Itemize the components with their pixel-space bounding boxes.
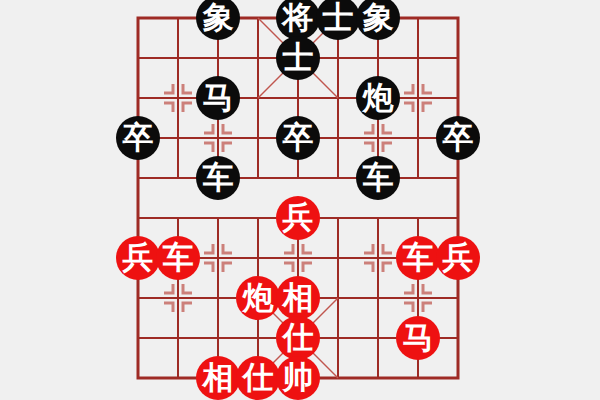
piece-black-soldier[interactable]: 卒 — [438, 118, 478, 158]
piece-glyph: 相 — [283, 282, 314, 313]
red-piece-disc: 马 — [396, 316, 440, 360]
black-piece-disc: 士 — [276, 36, 320, 80]
piece-red-elephant[interactable]: 相 — [198, 358, 238, 398]
xiangqi-board[interactable]: 象将士象士马炮卒卒卒车车兵兵车车兵炮相仕马相仕帅 — [118, 0, 478, 398]
piece-glyph: 卒 — [443, 122, 474, 153]
piece-black-elephant[interactable]: 象 — [358, 0, 398, 38]
piece-black-advisor[interactable]: 士 — [278, 38, 318, 78]
piece-black-horse[interactable]: 马 — [198, 78, 238, 118]
piece-glyph: 兵 — [443, 242, 474, 273]
black-piece-disc: 将 — [276, 0, 320, 40]
black-piece-disc: 马 — [196, 76, 240, 120]
piece-black-general[interactable]: 将 — [278, 0, 318, 38]
piece-glyph: 相 — [203, 362, 234, 393]
black-piece-disc: 士 — [316, 0, 360, 40]
piece-glyph: 仕 — [243, 362, 274, 393]
red-piece-disc: 炮 — [236, 276, 280, 320]
piece-glyph: 帅 — [283, 362, 314, 393]
piece-black-cannon[interactable]: 炮 — [358, 78, 398, 118]
piece-glyph: 炮 — [243, 282, 274, 313]
red-piece-disc: 兵 — [276, 196, 320, 240]
piece-red-advisor[interactable]: 仕 — [238, 358, 278, 398]
piece-glyph: 兵 — [283, 202, 314, 233]
piece-red-horse[interactable]: 马 — [398, 318, 438, 358]
piece-glyph: 兵 — [123, 242, 154, 273]
red-piece-disc: 帅 — [276, 356, 320, 400]
piece-black-advisor[interactable]: 士 — [318, 0, 358, 38]
piece-glyph: 象 — [203, 2, 234, 33]
black-piece-disc: 车 — [196, 156, 240, 200]
piece-glyph: 车 — [203, 162, 234, 193]
piece-black-elephant[interactable]: 象 — [198, 0, 238, 38]
red-piece-disc: 相 — [276, 276, 320, 320]
black-piece-disc: 象 — [196, 0, 240, 40]
piece-glyph: 士 — [323, 2, 354, 33]
piece-glyph: 卒 — [283, 122, 314, 153]
piece-red-chariot[interactable]: 车 — [158, 238, 198, 278]
piece-red-soldier[interactable]: 兵 — [118, 238, 158, 278]
black-piece-disc: 炮 — [356, 76, 400, 120]
red-piece-disc: 兵 — [116, 236, 160, 280]
piece-glyph: 炮 — [363, 82, 394, 113]
piece-red-cannon[interactable]: 炮 — [238, 278, 278, 318]
black-piece-disc: 卒 — [436, 116, 480, 160]
piece-red-elephant[interactable]: 相 — [278, 278, 318, 318]
red-piece-disc: 车 — [396, 236, 440, 280]
piece-glyph: 车 — [403, 242, 434, 273]
piece-glyph: 士 — [283, 42, 314, 73]
piece-black-soldier[interactable]: 卒 — [118, 118, 158, 158]
piece-black-chariot[interactable]: 车 — [198, 158, 238, 198]
piece-glyph: 车 — [363, 162, 394, 193]
red-piece-disc: 仕 — [236, 356, 280, 400]
piece-glyph: 将 — [283, 2, 314, 33]
red-piece-disc: 仕 — [276, 316, 320, 360]
black-piece-disc: 卒 — [276, 116, 320, 160]
piece-glyph: 卒 — [123, 122, 154, 153]
piece-glyph: 马 — [203, 82, 234, 113]
piece-red-soldier[interactable]: 兵 — [278, 198, 318, 238]
red-piece-disc: 相 — [196, 356, 240, 400]
piece-black-chariot[interactable]: 车 — [358, 158, 398, 198]
xiangqi-screen: 象将士象士马炮卒卒卒车车兵兵车车兵炮相仕马相仕帅 — [0, 0, 600, 400]
black-piece-disc: 车 — [356, 156, 400, 200]
piece-red-soldier[interactable]: 兵 — [438, 238, 478, 278]
piece-glyph: 象 — [363, 2, 394, 33]
black-piece-disc: 卒 — [116, 116, 160, 160]
black-piece-disc: 象 — [356, 0, 400, 40]
red-piece-disc: 车 — [156, 236, 200, 280]
red-piece-disc: 兵 — [436, 236, 480, 280]
piece-glyph: 仕 — [283, 322, 314, 353]
piece-red-advisor[interactable]: 仕 — [278, 318, 318, 358]
piece-glyph: 车 — [163, 242, 194, 273]
piece-red-chariot[interactable]: 车 — [398, 238, 438, 278]
piece-black-soldier[interactable]: 卒 — [278, 118, 318, 158]
piece-red-general[interactable]: 帅 — [278, 358, 318, 398]
piece-glyph: 马 — [403, 322, 434, 353]
